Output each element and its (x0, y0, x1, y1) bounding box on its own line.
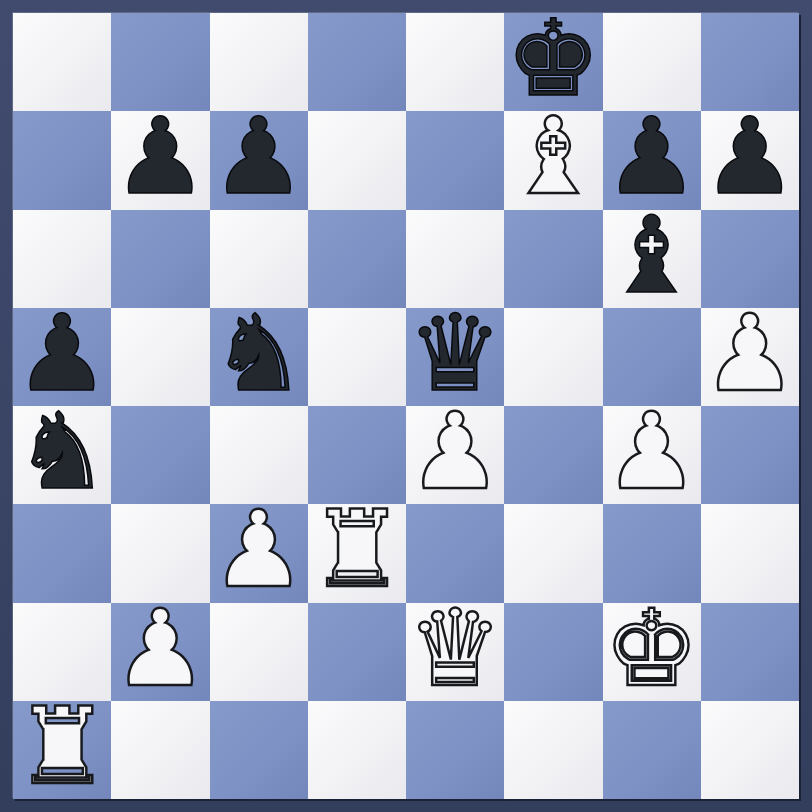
square-e8[interactable] (406, 13, 504, 111)
square-f5[interactable] (504, 308, 602, 406)
white-pawn[interactable]: ♟ (702, 305, 797, 403)
square-b5[interactable] (111, 308, 209, 406)
square-h2[interactable] (701, 603, 799, 701)
square-d8[interactable] (308, 13, 406, 111)
black-knight[interactable]: ♞ (15, 403, 110, 501)
square-d7[interactable] (308, 111, 406, 209)
square-g4[interactable]: ♟ (603, 406, 701, 504)
square-h5[interactable]: ♟ (701, 308, 799, 406)
square-a3[interactable] (13, 504, 111, 602)
square-h7[interactable]: ♟ (701, 111, 799, 209)
square-a1[interactable]: ♜ (13, 701, 111, 799)
black-bishop[interactable]: ♝ (604, 207, 699, 305)
square-e2[interactable]: ♛ (406, 603, 504, 701)
square-c1[interactable] (210, 701, 308, 799)
square-h3[interactable] (701, 504, 799, 602)
square-d6[interactable] (308, 210, 406, 308)
white-rook[interactable]: ♜ (309, 501, 404, 599)
square-c7[interactable]: ♟ (210, 111, 308, 209)
square-g2[interactable]: ♚ (603, 603, 701, 701)
black-knight[interactable]: ♞ (211, 305, 306, 403)
square-d2[interactable] (308, 603, 406, 701)
square-f2[interactable] (504, 603, 602, 701)
square-c3[interactable]: ♟ (210, 504, 308, 602)
white-pawn[interactable]: ♟ (211, 501, 306, 599)
square-b1[interactable] (111, 701, 209, 799)
square-a8[interactable] (13, 13, 111, 111)
black-pawn[interactable]: ♟ (604, 108, 699, 206)
black-king[interactable]: ♚ (506, 10, 601, 108)
square-h1[interactable] (701, 701, 799, 799)
square-b2[interactable]: ♟ (111, 603, 209, 701)
black-pawn[interactable]: ♟ (113, 108, 208, 206)
white-rook[interactable]: ♜ (15, 698, 110, 796)
square-g6[interactable]: ♝ (603, 210, 701, 308)
board-frame: ♚♟♟♝♟♟♝♟♞♛♟♞♟♟♟♜♟♛♚♜ (0, 0, 812, 812)
square-b6[interactable] (111, 210, 209, 308)
black-pawn[interactable]: ♟ (211, 108, 306, 206)
square-c5[interactable]: ♞ (210, 308, 308, 406)
square-f3[interactable] (504, 504, 602, 602)
black-queen[interactable]: ♛ (408, 305, 503, 403)
square-e4[interactable]: ♟ (406, 406, 504, 504)
white-pawn[interactable]: ♟ (113, 600, 208, 698)
square-d5[interactable] (308, 308, 406, 406)
white-queen[interactable]: ♛ (408, 600, 503, 698)
square-b7[interactable]: ♟ (111, 111, 209, 209)
square-d1[interactable] (308, 701, 406, 799)
square-d3[interactable]: ♜ (308, 504, 406, 602)
chess-board: ♚♟♟♝♟♟♝♟♞♛♟♞♟♟♟♜♟♛♚♜ (13, 13, 799, 799)
square-f4[interactable] (504, 406, 602, 504)
white-bishop[interactable]: ♝ (506, 108, 601, 206)
square-c2[interactable] (210, 603, 308, 701)
black-pawn[interactable]: ♟ (15, 305, 110, 403)
white-pawn[interactable]: ♟ (408, 403, 503, 501)
white-king[interactable]: ♚ (604, 600, 699, 698)
square-e7[interactable] (406, 111, 504, 209)
square-a7[interactable] (13, 111, 111, 209)
square-a4[interactable]: ♞ (13, 406, 111, 504)
square-h4[interactable] (701, 406, 799, 504)
square-f6[interactable] (504, 210, 602, 308)
black-pawn[interactable]: ♟ (702, 108, 797, 206)
square-b4[interactable] (111, 406, 209, 504)
square-g1[interactable] (603, 701, 701, 799)
square-f1[interactable] (504, 701, 602, 799)
square-f7[interactable]: ♝ (504, 111, 602, 209)
white-pawn[interactable]: ♟ (604, 403, 699, 501)
square-e1[interactable] (406, 701, 504, 799)
